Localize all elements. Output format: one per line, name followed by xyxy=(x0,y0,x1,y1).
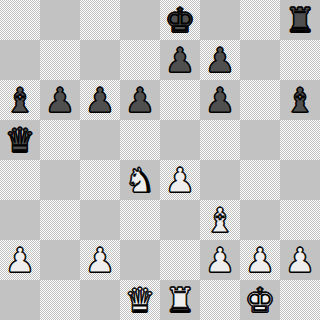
square-e1[interactable]: ♜ xyxy=(160,280,200,320)
square-b1[interactable] xyxy=(40,280,80,320)
chess-board: ♚♜♟♟♝♟♟♟♟♝♛♞♟♝♟♟♟♟♟♛♜♚ xyxy=(0,0,320,320)
square-g2[interactable]: ♟ xyxy=(240,240,280,280)
square-a2[interactable]: ♟ xyxy=(0,240,40,280)
square-b3[interactable] xyxy=(40,200,80,240)
square-g3[interactable] xyxy=(240,200,280,240)
square-d1[interactable]: ♛ xyxy=(120,280,160,320)
square-h5[interactable] xyxy=(280,120,320,160)
square-b8[interactable] xyxy=(40,0,80,40)
square-a7[interactable] xyxy=(0,40,40,80)
white-pawn-a2: ♟ xyxy=(5,240,35,280)
square-f2[interactable]: ♟ xyxy=(200,240,240,280)
square-f8[interactable] xyxy=(200,0,240,40)
square-h8[interactable]: ♜ xyxy=(280,0,320,40)
square-h6[interactable]: ♝ xyxy=(280,80,320,120)
white-rook-e1: ♜ xyxy=(165,280,195,320)
square-a3[interactable] xyxy=(0,200,40,240)
square-f6[interactable]: ♟ xyxy=(200,80,240,120)
square-g6[interactable] xyxy=(240,80,280,120)
white-king-g1: ♚ xyxy=(245,280,275,320)
square-c7[interactable] xyxy=(80,40,120,80)
white-pawn-f2: ♟ xyxy=(205,240,235,280)
square-a5[interactable]: ♛ xyxy=(0,120,40,160)
black-rook-h8: ♜ xyxy=(285,0,315,40)
square-e3[interactable] xyxy=(160,200,200,240)
white-pawn-c2: ♟ xyxy=(85,240,115,280)
square-h7[interactable] xyxy=(280,40,320,80)
square-d3[interactable] xyxy=(120,200,160,240)
black-pawn-d6: ♟ xyxy=(125,80,155,120)
square-e6[interactable] xyxy=(160,80,200,120)
black-pawn-f7: ♟ xyxy=(205,40,235,80)
black-bishop-a6: ♝ xyxy=(5,80,35,120)
square-c4[interactable] xyxy=(80,160,120,200)
white-pawn-g2: ♟ xyxy=(245,240,275,280)
square-c5[interactable] xyxy=(80,120,120,160)
square-e2[interactable] xyxy=(160,240,200,280)
square-d8[interactable] xyxy=(120,0,160,40)
square-a4[interactable] xyxy=(0,160,40,200)
white-queen-d1: ♛ xyxy=(125,280,155,320)
square-d2[interactable] xyxy=(120,240,160,280)
square-f3[interactable]: ♝ xyxy=(200,200,240,240)
square-e5[interactable] xyxy=(160,120,200,160)
square-g4[interactable] xyxy=(240,160,280,200)
square-f1[interactable] xyxy=(200,280,240,320)
square-f4[interactable] xyxy=(200,160,240,200)
square-c2[interactable]: ♟ xyxy=(80,240,120,280)
black-king-e8: ♚ xyxy=(165,0,195,40)
square-d6[interactable]: ♟ xyxy=(120,80,160,120)
square-g7[interactable] xyxy=(240,40,280,80)
square-h1[interactable] xyxy=(280,280,320,320)
square-g8[interactable] xyxy=(240,0,280,40)
square-b5[interactable] xyxy=(40,120,80,160)
square-c1[interactable] xyxy=(80,280,120,320)
square-g1[interactable]: ♚ xyxy=(240,280,280,320)
square-a6[interactable]: ♝ xyxy=(0,80,40,120)
square-d7[interactable] xyxy=(120,40,160,80)
black-queen-a5: ♛ xyxy=(5,120,35,160)
square-c3[interactable] xyxy=(80,200,120,240)
square-a8[interactable] xyxy=(0,0,40,40)
square-h3[interactable] xyxy=(280,200,320,240)
square-d5[interactable] xyxy=(120,120,160,160)
square-e7[interactable]: ♟ xyxy=(160,40,200,80)
square-f7[interactable]: ♟ xyxy=(200,40,240,80)
black-pawn-c6: ♟ xyxy=(85,80,115,120)
square-a1[interactable] xyxy=(0,280,40,320)
white-pawn-e4: ♟ xyxy=(165,160,195,200)
black-pawn-e7: ♟ xyxy=(165,40,195,80)
black-pawn-b6: ♟ xyxy=(45,80,75,120)
square-c6[interactable]: ♟ xyxy=(80,80,120,120)
square-e4[interactable]: ♟ xyxy=(160,160,200,200)
white-bishop-f3: ♝ xyxy=(205,200,235,240)
square-b2[interactable] xyxy=(40,240,80,280)
square-b7[interactable] xyxy=(40,40,80,80)
square-b4[interactable] xyxy=(40,160,80,200)
square-d4[interactable]: ♞ xyxy=(120,160,160,200)
black-bishop-h6: ♝ xyxy=(285,80,315,120)
white-knight-d4: ♞ xyxy=(125,160,155,200)
square-g5[interactable] xyxy=(240,120,280,160)
square-e8[interactable]: ♚ xyxy=(160,0,200,40)
black-pawn-f6: ♟ xyxy=(205,80,235,120)
square-c8[interactable] xyxy=(80,0,120,40)
square-b6[interactable]: ♟ xyxy=(40,80,80,120)
square-f5[interactable] xyxy=(200,120,240,160)
square-h4[interactable] xyxy=(280,160,320,200)
white-pawn-h2: ♟ xyxy=(285,240,315,280)
square-h2[interactable]: ♟ xyxy=(280,240,320,280)
